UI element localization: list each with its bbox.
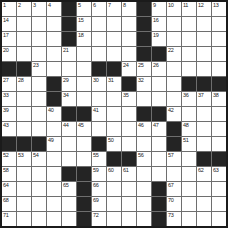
clue-number: 53 [18,152,24,158]
cell-r7c12[interactable] [167,92,181,106]
clue-number: 39 [3,107,9,113]
cell-r14c1[interactable]: 68 [2,197,16,211]
cell-r6c10[interactable]: 32 [137,77,151,91]
cell-r7c3[interactable] [32,92,46,106]
clue-number: 44 [63,122,69,128]
clue-number: 25 [138,62,144,68]
clue-number: 57 [168,152,174,158]
cell-r1c9[interactable]: 8 [122,2,136,16]
cell-r1c4[interactable]: 4 [47,2,61,16]
cell-r15c1[interactable]: 71 [2,212,16,226]
cell-r14c13[interactable] [182,197,196,211]
cell-r8c14[interactable] [197,107,211,121]
black-square-r5c8 [107,62,121,76]
cell-r3c14[interactable] [197,32,211,46]
black-square-r8c6 [77,107,91,121]
cell-r15c2[interactable] [17,212,31,226]
cell-r12c4[interactable] [47,167,61,181]
black-square-r10c7 [92,137,106,151]
clue-number: 68 [3,197,9,203]
cell-r13c3[interactable] [32,182,46,196]
clue-number: 18 [78,32,84,38]
cell-r4c15[interactable] [212,47,226,61]
cell-r9c1[interactable]: 43 [2,122,16,136]
cell-r9c2[interactable] [17,122,31,136]
clue-number: 11 [183,2,188,8]
cell-r10c13[interactable]: 51 [182,137,196,151]
cell-r7c2[interactable] [17,92,31,106]
black-square-r6c9 [122,77,136,91]
cell-r10c4[interactable]: 49 [47,137,61,151]
cell-r14c7[interactable]: 69 [92,197,106,211]
cell-r12c9[interactable]: 61 [122,167,136,181]
cell-r5c6[interactable] [77,62,91,76]
clue-number: 10 [168,2,174,8]
clue-number: 31 [108,77,114,83]
cell-r1c8[interactable]: 7 [107,2,121,16]
clue-number: 38 [213,92,219,98]
cell-r15c4[interactable] [47,212,61,226]
cell-r12c13[interactable] [182,167,196,181]
clue-number: 71 [3,212,9,218]
black-square-r11c14 [197,152,211,166]
cell-r11c7[interactable]: 55 [92,152,106,166]
clue-number: 63 [213,167,219,173]
cell-r13c7[interactable]: 66 [92,182,106,196]
cell-r2c11[interactable]: 16 [152,17,166,31]
cell-r14c12[interactable]: 70 [167,197,181,211]
cell-r8c1[interactable]: 39 [2,107,16,121]
black-square-r9c12 [167,122,181,136]
cell-r4c13[interactable] [182,47,196,61]
clue-number: 21 [63,47,69,53]
cell-r4c1[interactable]: 20 [2,47,16,61]
clue-number: 66 [93,182,99,188]
cell-r12c3[interactable] [32,167,46,181]
cell-r1c14[interactable]: 12 [197,2,211,16]
clue-number: 5 [78,2,81,8]
cell-r4c7[interactable] [92,47,106,61]
cell-r6c11[interactable] [152,77,166,91]
cell-r3c1[interactable]: 17 [2,32,16,46]
cell-r7c13[interactable]: 36 [182,92,196,106]
clue-number: 8 [123,2,126,8]
cell-r9c10[interactable]: 46 [137,122,151,136]
clue-number: 9 [153,2,156,8]
cell-r12c14[interactable]: 62 [197,167,211,181]
black-square-r14c11 [152,197,166,211]
black-square-r2c10 [137,17,151,31]
cell-r8c2[interactable] [17,107,31,121]
black-square-r12c6 [77,167,91,181]
clue-number: 46 [138,122,144,128]
black-square-r6c14 [197,77,211,91]
cell-r9c11[interactable]: 47 [152,122,166,136]
clue-number: 34 [63,92,69,98]
cell-r3c12[interactable] [167,32,181,46]
clue-number: 26 [153,62,159,68]
black-square-r13c11 [152,182,166,196]
cell-r12c8[interactable]: 60 [107,167,121,181]
cell-r1c7[interactable]: 6 [92,2,106,16]
clue-number: 48 [183,122,189,128]
cell-r2c15[interactable] [212,17,226,31]
black-square-r10c12 [167,137,181,151]
cell-r13c2[interactable] [17,182,31,196]
cell-r4c8[interactable] [107,47,121,61]
cell-r3c15[interactable] [212,32,226,46]
cell-r14c9[interactable] [122,197,136,211]
cell-r15c14[interactable] [197,212,211,226]
cell-r3c4[interactable] [47,32,61,46]
cell-r4c3[interactable] [32,47,46,61]
cell-r2c12[interactable] [167,17,181,31]
cell-r15c3[interactable] [32,212,46,226]
cell-r7c14[interactable]: 37 [197,92,211,106]
black-square-r6c4 [47,77,61,91]
cell-r11c1[interactable]: 52 [2,152,16,166]
clue-number: 73 [168,212,174,218]
black-square-r8c5 [62,107,76,121]
clue-number: 20 [3,47,9,53]
crossword-grid: 1234567891011121314151617181920212223242… [0,0,228,228]
black-square-r6c13 [182,77,196,91]
cell-r2c3[interactable] [32,17,46,31]
cell-r12c2[interactable] [17,167,31,181]
clue-number: 3 [33,2,36,8]
cell-r8c12[interactable]: 42 [167,107,181,121]
clue-number: 19 [153,32,159,38]
cell-r9c3[interactable] [32,122,46,136]
clue-number: 65 [63,182,69,188]
clue-number: 28 [18,77,24,83]
cell-r4c12[interactable]: 22 [167,47,181,61]
cell-r9c4[interactable] [47,122,61,136]
cell-r14c5[interactable] [62,197,76,211]
cell-r8c15[interactable] [212,107,226,121]
cell-r10c15[interactable] [212,137,226,151]
clue-number: 30 [93,77,99,83]
cell-r13c12[interactable]: 67 [167,182,181,196]
black-square-r15c11 [152,212,166,226]
cell-r6c6[interactable] [77,77,91,91]
black-square-r4c11 [152,47,166,61]
cell-r6c12[interactable] [167,77,181,91]
cell-r10c11[interactable] [152,137,166,151]
cell-r9c6[interactable]: 45 [77,122,91,136]
cell-r13c5[interactable]: 65 [62,182,76,196]
cell-r15c5[interactable] [62,212,76,226]
clue-number: 29 [63,77,69,83]
cell-r11c10[interactable]: 56 [137,152,151,166]
cell-r6c7[interactable]: 30 [92,77,106,91]
cell-r10c14[interactable] [197,137,211,151]
black-square-r1c5 [62,2,76,16]
cell-r4c14[interactable] [197,47,211,61]
cell-r9c14[interactable] [197,122,211,136]
cell-r14c3[interactable] [32,197,46,211]
clue-number: 6 [93,2,96,8]
cell-r6c8[interactable]: 31 [107,77,121,91]
cell-r12c15[interactable]: 63 [212,167,226,181]
clue-number: 13 [213,2,219,8]
black-square-r10c2 [17,137,31,151]
cell-r2c13[interactable] [182,17,196,31]
cell-r2c2[interactable] [17,17,31,31]
cell-r8c8[interactable] [107,107,121,121]
cell-r8c4[interactable]: 40 [47,107,61,121]
cell-r11c6[interactable] [77,152,91,166]
clue-number: 43 [3,122,9,128]
cell-r7c7[interactable] [92,92,106,106]
cell-r11c2[interactable]: 53 [17,152,31,166]
cell-r2c9[interactable] [122,17,136,31]
clue-number: 37 [198,92,204,98]
black-square-r11c15 [212,152,226,166]
clue-number: 58 [3,167,9,173]
cell-r11c3[interactable]: 54 [32,152,46,166]
black-square-r10c3 [32,137,46,151]
cell-r7c11[interactable] [152,92,166,106]
cell-r9c9[interactable] [122,122,136,136]
black-square-r2c5 [62,17,76,31]
clue-number: 55 [93,152,99,158]
clue-number: 45 [78,122,84,128]
cell-r9c7[interactable] [92,122,106,136]
clue-number: 22 [168,47,174,53]
cell-r9c13[interactable]: 48 [182,122,196,136]
cell-r13c8[interactable] [107,182,121,196]
cell-r8c7[interactable]: 41 [92,107,106,121]
cell-r10c9[interactable] [122,137,136,151]
clue-number: 52 [3,152,9,158]
black-square-r1c10 [137,2,151,16]
cell-r14c4[interactable] [47,197,61,211]
cell-r13c14[interactable] [197,182,211,196]
cell-r7c6[interactable] [77,92,91,106]
clue-number: 70 [168,197,174,203]
cell-r5c14[interactable] [197,62,211,76]
cell-r5c10[interactable]: 25 [137,62,151,76]
clue-number: 40 [48,107,54,113]
clue-number: 64 [3,182,9,188]
clue-number: 14 [3,17,9,23]
clue-number: 7 [108,2,111,8]
cell-r12c7[interactable]: 59 [92,167,106,181]
cell-r5c12[interactable] [167,62,181,76]
black-square-r3c5 [62,32,76,46]
cell-r11c4[interactable] [47,152,61,166]
cell-r1c3[interactable]: 3 [32,2,46,16]
cell-r12c11[interactable] [152,167,166,181]
cell-r7c1[interactable]: 33 [2,92,16,106]
cell-r4c5[interactable]: 21 [62,47,76,61]
clue-number: 47 [153,122,159,128]
cell-r5c4[interactable] [47,62,61,76]
cell-r2c7[interactable] [92,17,106,31]
clue-number: 51 [183,137,189,143]
cell-r1c12[interactable]: 10 [167,2,181,16]
cell-r5c9[interactable]: 24 [122,62,136,76]
cell-r7c5[interactable]: 34 [62,92,76,106]
cell-r4c6[interactable] [77,47,91,61]
clue-number: 32 [138,77,144,83]
clue-number: 15 [78,17,84,23]
cell-r15c7[interactable]: 72 [92,212,106,226]
cell-r11c12[interactable]: 57 [167,152,181,166]
cell-r13c4[interactable] [47,182,61,196]
cell-r14c2[interactable] [17,197,31,211]
clue-number: 24 [123,62,129,68]
clue-number: 61 [123,167,129,173]
clue-number: 27 [3,77,9,83]
black-square-r13c6 [77,182,91,196]
clue-number: 12 [198,2,204,8]
cell-r8c9[interactable] [122,107,136,121]
cell-r15c10[interactable] [137,212,151,226]
black-square-r5c2 [17,62,31,76]
cell-r10c8[interactable]: 50 [107,137,121,151]
cell-r3c13[interactable] [182,32,196,46]
clue-number: 50 [108,137,114,143]
cell-r7c15[interactable]: 38 [212,92,226,106]
cell-r11c11[interactable] [152,152,166,166]
black-square-r12c5 [62,167,76,181]
black-square-r8c10 [137,107,151,121]
cell-r3c6[interactable]: 18 [77,32,91,46]
cell-r3c2[interactable] [17,32,31,46]
cell-r10c6[interactable] [77,137,91,151]
cell-r3c8[interactable] [107,32,121,46]
cell-r3c11[interactable]: 19 [152,32,166,46]
black-square-r6c15 [212,77,226,91]
black-square-r3c10 [137,32,151,46]
cell-r5c3[interactable]: 23 [32,62,46,76]
clue-number: 42 [168,107,174,113]
cell-r2c4[interactable] [47,17,61,31]
black-square-r15c6 [77,212,91,226]
clue-number: 1 [3,2,6,8]
cell-r7c10[interactable] [137,92,151,106]
cell-r10c5[interactable] [62,137,76,151]
cell-r5c13[interactable] [182,62,196,76]
clue-number: 4 [48,2,51,8]
cell-r5c15[interactable] [212,62,226,76]
cell-r1c2[interactable]: 2 [17,2,31,16]
cell-r6c3[interactable] [32,77,46,91]
clue-number: 35 [123,92,129,98]
cell-r4c4[interactable] [47,47,61,61]
clue-number: 62 [198,167,204,173]
cell-r2c1[interactable]: 14 [2,17,16,31]
cell-r8c13[interactable] [182,107,196,121]
cell-r1c13[interactable]: 11 [182,2,196,16]
black-square-r10c1 [2,137,16,151]
cell-r15c13[interactable] [182,212,196,226]
clue-number: 67 [168,182,174,188]
clue-number: 16 [153,17,159,23]
cell-r13c9[interactable] [122,182,136,196]
cell-r15c8[interactable] [107,212,121,226]
cell-r14c8[interactable] [107,197,121,211]
clue-number: 2 [18,2,21,8]
black-square-r8c11 [152,107,166,121]
cell-r15c9[interactable] [122,212,136,226]
cell-r11c13[interactable] [182,152,196,166]
cell-r5c5[interactable] [62,62,76,76]
clue-number: 56 [138,152,144,158]
cell-r13c15[interactable] [212,182,226,196]
clue-number: 17 [3,32,9,38]
cell-r1c11[interactable]: 9 [152,2,166,16]
cell-r6c1[interactable]: 27 [2,77,16,91]
cell-r7c9[interactable]: 35 [122,92,136,106]
cell-r9c5[interactable]: 44 [62,122,76,136]
clue-number: 41 [93,107,99,113]
clue-number: 69 [93,197,99,203]
black-square-r4c10 [137,47,151,61]
clue-number: 23 [33,62,39,68]
cell-r12c10[interactable] [137,167,151,181]
cell-r4c9[interactable] [122,47,136,61]
black-square-r14c6 [77,197,91,211]
cell-r2c6[interactable]: 15 [77,17,91,31]
cell-r1c1[interactable]: 1 [2,2,16,16]
cell-r3c7[interactable] [92,32,106,46]
cell-r12c1[interactable]: 58 [2,167,16,181]
cell-r14c10[interactable] [137,197,151,211]
clue-number: 36 [183,92,189,98]
cell-r6c2[interactable]: 28 [17,77,31,91]
clue-number: 33 [3,92,9,98]
clue-number: 59 [93,167,99,173]
cell-r11c5[interactable] [62,152,76,166]
cell-r9c15[interactable] [212,122,226,136]
clue-number: 54 [33,152,39,158]
cell-r2c14[interactable] [197,17,211,31]
black-square-r5c7 [92,62,106,76]
cell-r13c10[interactable] [137,182,151,196]
black-square-r11c9 [122,152,136,166]
clue-number: 72 [93,212,99,218]
black-square-r5c1 [2,62,16,76]
cell-r14c15[interactable] [212,197,226,211]
cell-r15c15[interactable] [212,212,226,226]
cell-r1c6[interactable]: 5 [77,2,91,16]
cell-r5c11[interactable]: 26 [152,62,166,76]
cell-r10c10[interactable] [137,137,151,151]
cell-r2c8[interactable] [107,17,121,31]
cell-r6c5[interactable]: 29 [62,77,76,91]
black-square-r11c8 [107,152,121,166]
black-square-r7c4 [47,92,61,106]
cell-r13c1[interactable]: 64 [2,182,16,196]
cell-r13c13[interactable] [182,182,196,196]
cell-r7c8[interactable] [107,92,121,106]
cell-r12c12[interactable] [167,167,181,181]
cell-r1c15[interactable]: 13 [212,2,226,16]
cell-r8c3[interactable] [32,107,46,121]
cell-r3c9[interactable] [122,32,136,46]
cell-r14c14[interactable] [197,197,211,211]
clue-number: 49 [48,137,54,143]
cell-r15c12[interactable]: 73 [167,212,181,226]
cell-r3c3[interactable] [32,32,46,46]
clue-number: 60 [108,167,114,173]
cell-r4c2[interactable] [17,47,31,61]
cell-r9c8[interactable] [107,122,121,136]
